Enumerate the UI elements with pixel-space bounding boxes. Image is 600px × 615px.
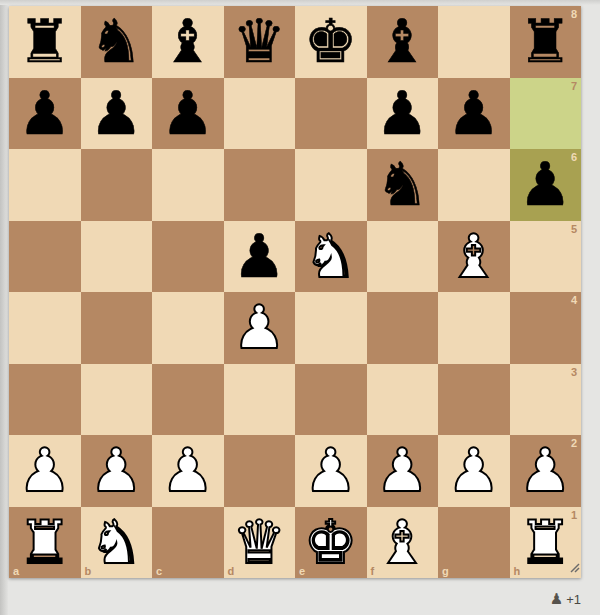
rank-label-1: 1	[571, 509, 577, 521]
file-label-d: d	[228, 565, 235, 577]
square-h5[interactable]: 5	[510, 221, 582, 293]
rank-label-6: 6	[571, 151, 577, 163]
square-h8[interactable]: ♜8	[510, 6, 582, 78]
file-label-a: a	[13, 565, 19, 577]
window-edge-top	[0, 0, 600, 5]
rank-label-2: 2	[571, 437, 577, 449]
piece-wP-e2[interactable]: ♟	[304, 435, 358, 506]
square-f7[interactable]: ♟	[367, 78, 439, 150]
square-e3[interactable]	[295, 364, 367, 436]
piece-bB-f8[interactable]: ♝	[375, 6, 429, 77]
material-advantage-label: +1	[566, 592, 581, 607]
piece-wQ-d1[interactable]: ♛	[232, 507, 286, 578]
rank-label-3: 3	[571, 366, 577, 378]
square-d7[interactable]	[224, 78, 296, 150]
square-e1[interactable]: ♚e	[295, 507, 367, 579]
square-f2[interactable]: ♟	[367, 435, 439, 507]
square-c1[interactable]: c	[152, 507, 224, 579]
square-h7[interactable]: 7	[510, 78, 582, 150]
square-e2[interactable]: ♟	[295, 435, 367, 507]
square-a1[interactable]: ♜a	[9, 507, 81, 579]
square-e7[interactable]	[295, 78, 367, 150]
square-b2[interactable]: ♟	[81, 435, 153, 507]
piece-bR-h8[interactable]: ♜	[518, 6, 572, 77]
square-h4[interactable]: 4	[510, 292, 582, 364]
square-f4[interactable]	[367, 292, 439, 364]
square-a5[interactable]	[9, 221, 81, 293]
square-h2[interactable]: ♟2	[510, 435, 582, 507]
square-g7[interactable]: ♟	[438, 78, 510, 150]
material-advantage: ♟ +1	[550, 590, 581, 608]
square-f8[interactable]: ♝	[367, 6, 439, 78]
square-e4[interactable]	[295, 292, 367, 364]
square-e8[interactable]: ♚	[295, 6, 367, 78]
square-c5[interactable]	[152, 221, 224, 293]
piece-bP-h6[interactable]: ♟	[518, 149, 572, 220]
square-a2[interactable]: ♟	[9, 435, 81, 507]
square-g6[interactable]	[438, 149, 510, 221]
square-f1[interactable]: ♝f	[367, 507, 439, 579]
file-label-h: h	[514, 565, 521, 577]
piece-bN-b8[interactable]: ♞	[89, 6, 143, 77]
file-label-e: e	[299, 565, 305, 577]
square-h6[interactable]: ♟6	[510, 149, 582, 221]
piece-bK-e8[interactable]: ♚	[304, 6, 358, 77]
piece-wP-h2[interactable]: ♟	[518, 435, 572, 506]
square-d6[interactable]	[224, 149, 296, 221]
square-c3[interactable]	[152, 364, 224, 436]
piece-wR-h1[interactable]: ♜	[518, 507, 572, 578]
piece-wB-f1[interactable]: ♝	[375, 507, 429, 578]
square-d4[interactable]: ♟	[224, 292, 296, 364]
piece-wP-b2[interactable]: ♟	[89, 435, 143, 506]
square-d3[interactable]	[224, 364, 296, 436]
square-d8[interactable]: ♛	[224, 6, 296, 78]
square-c6[interactable]	[152, 149, 224, 221]
square-a4[interactable]	[9, 292, 81, 364]
piece-bP-f7[interactable]: ♟	[375, 78, 429, 149]
piece-bP-g7[interactable]: ♟	[447, 78, 501, 149]
rank-label-8: 8	[571, 8, 577, 20]
piece-wK-e1[interactable]: ♚	[304, 507, 358, 578]
square-h3[interactable]: 3	[510, 364, 582, 436]
square-g2[interactable]: ♟	[438, 435, 510, 507]
square-g3[interactable]	[438, 364, 510, 436]
rank-label-5: 5	[571, 223, 577, 235]
pawn-icon: ♟	[550, 592, 563, 607]
piece-bR-a8[interactable]: ♜	[18, 6, 72, 77]
square-a7[interactable]: ♟	[9, 78, 81, 150]
square-d2[interactable]	[224, 435, 296, 507]
piece-bP-b7[interactable]: ♟	[89, 78, 143, 149]
square-f5[interactable]	[367, 221, 439, 293]
piece-bP-c7[interactable]: ♟	[161, 78, 215, 149]
piece-bN-f6[interactable]: ♞	[375, 149, 429, 220]
square-g5[interactable]: ♝	[438, 221, 510, 293]
square-d1[interactable]: ♛d	[224, 507, 296, 579]
square-c4[interactable]	[152, 292, 224, 364]
piece-bP-a7[interactable]: ♟	[18, 78, 72, 149]
chess-board[interactable]: ♜♞♝♛♚♝♜8♟♟♟♟♟7♞♟6♟♞♝5♟43♟♟♟♟♟♟♟2♜a♞bc♛d♚…	[9, 6, 581, 578]
square-b5[interactable]	[81, 221, 153, 293]
square-b1[interactable]: ♞b	[81, 507, 153, 579]
window-edge-left	[0, 0, 8, 615]
piece-wP-d4[interactable]: ♟	[232, 292, 286, 363]
square-b7[interactable]: ♟	[81, 78, 153, 150]
square-a8[interactable]: ♜	[9, 6, 81, 78]
piece-wP-a2[interactable]: ♟	[18, 435, 72, 506]
file-label-b: b	[85, 565, 92, 577]
square-b8[interactable]: ♞	[81, 6, 153, 78]
piece-bB-c8[interactable]: ♝	[161, 6, 215, 77]
rank-label-4: 4	[571, 294, 577, 306]
piece-wP-f2[interactable]: ♟	[375, 435, 429, 506]
square-g8[interactable]	[438, 6, 510, 78]
square-c7[interactable]: ♟	[152, 78, 224, 150]
piece-wB-g5[interactable]: ♝	[447, 221, 501, 292]
piece-wN-b1[interactable]: ♞	[89, 507, 143, 578]
piece-bQ-d8[interactable]: ♛	[232, 6, 286, 77]
board-resize-handle[interactable]	[568, 559, 580, 577]
square-g1[interactable]: g	[438, 507, 510, 579]
piece-wR-a1[interactable]: ♜	[18, 507, 72, 578]
square-b6[interactable]	[81, 149, 153, 221]
square-a6[interactable]	[9, 149, 81, 221]
square-f3[interactable]	[367, 364, 439, 436]
piece-wP-c2[interactable]: ♟	[161, 435, 215, 506]
square-b4[interactable]	[81, 292, 153, 364]
rank-label-7: 7	[571, 80, 577, 92]
square-c8[interactable]: ♝	[152, 6, 224, 78]
piece-bP-d5[interactable]: ♟	[232, 221, 286, 292]
piece-wN-e5[interactable]: ♞	[304, 221, 358, 292]
square-b3[interactable]	[81, 364, 153, 436]
square-f6[interactable]: ♞	[367, 149, 439, 221]
square-d5[interactable]: ♟	[224, 221, 296, 293]
square-e5[interactable]: ♞	[295, 221, 367, 293]
square-e6[interactable]	[295, 149, 367, 221]
square-g4[interactable]	[438, 292, 510, 364]
piece-wP-g2[interactable]: ♟	[447, 435, 501, 506]
file-label-f: f	[371, 565, 375, 577]
file-label-g: g	[442, 565, 449, 577]
square-c2[interactable]: ♟	[152, 435, 224, 507]
file-label-c: c	[156, 565, 162, 577]
square-a3[interactable]	[9, 364, 81, 436]
